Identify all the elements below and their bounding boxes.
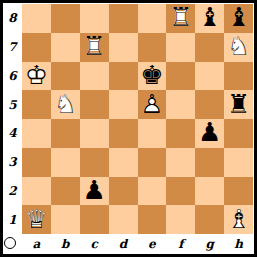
square-b3[interactable]: [51, 148, 80, 177]
file-label-f: f: [166, 235, 195, 252]
square-a8[interactable]: [22, 4, 51, 33]
rank-label-7: 7: [3, 33, 22, 62]
square-e3[interactable]: [138, 148, 167, 177]
square-d7[interactable]: [109, 33, 138, 62]
square-f6[interactable]: [166, 62, 195, 91]
square-g5[interactable]: [195, 90, 224, 119]
square-f1[interactable]: [166, 205, 195, 234]
square-h3[interactable]: [224, 148, 253, 177]
rank-label-2: 2: [3, 177, 22, 206]
square-h4[interactable]: [224, 119, 253, 148]
square-g3[interactable]: [195, 148, 224, 177]
square-c2[interactable]: ♟: [80, 177, 109, 206]
square-a1[interactable]: ♛♕: [22, 205, 51, 234]
white-pawn: ♟♙: [138, 90, 167, 119]
square-a3[interactable]: [22, 148, 51, 177]
black-king: ♚: [138, 62, 167, 91]
square-a4[interactable]: [22, 119, 51, 148]
rank-label-1: 1: [3, 205, 22, 234]
white-knight: ♞♘: [224, 33, 253, 62]
square-c3[interactable]: [80, 148, 109, 177]
rank-label-3: 3: [3, 148, 22, 177]
square-f5[interactable]: [166, 90, 195, 119]
square-b6[interactable]: [51, 62, 80, 91]
square-f3[interactable]: [166, 148, 195, 177]
file-label-e: e: [138, 235, 167, 252]
square-d8[interactable]: [109, 4, 138, 33]
square-b5[interactable]: ♞♘: [51, 90, 80, 119]
square-d5[interactable]: [109, 90, 138, 119]
square-d2[interactable]: [109, 177, 138, 206]
square-b1[interactable]: [51, 205, 80, 234]
file-label-a: a: [22, 235, 51, 252]
file-label-b: b: [51, 235, 80, 252]
square-f7[interactable]: [166, 33, 195, 62]
square-f2[interactable]: [166, 177, 195, 206]
square-e5[interactable]: ♟♙: [138, 90, 167, 119]
square-a7[interactable]: [22, 33, 51, 62]
square-g2[interactable]: [195, 177, 224, 206]
rank-labels: 87654321: [3, 4, 22, 234]
square-a2[interactable]: [22, 177, 51, 206]
file-label-g: g: [195, 235, 224, 252]
white-rook: ♜♖: [166, 4, 195, 33]
white-queen: ♛♕: [22, 205, 51, 234]
square-b4[interactable]: [51, 119, 80, 148]
square-c5[interactable]: [80, 90, 109, 119]
side-to-move-indicator: [4, 237, 16, 249]
white-bishop: ♝♗: [224, 205, 253, 234]
white-rook: ♜♖: [80, 33, 109, 62]
square-e1[interactable]: [138, 205, 167, 234]
square-g7[interactable]: [195, 33, 224, 62]
square-f8[interactable]: ♜♖: [166, 4, 195, 33]
square-d3[interactable]: [109, 148, 138, 177]
square-a6[interactable]: ♚♔: [22, 62, 51, 91]
square-h7[interactable]: ♞♘: [224, 33, 253, 62]
white-king: ♚♔: [22, 62, 51, 91]
black-bishop: ♝: [195, 4, 224, 33]
square-g4[interactable]: ♟: [195, 119, 224, 148]
black-bishop: ♝: [224, 4, 253, 33]
rank-label-8: 8: [3, 4, 22, 33]
square-g6[interactable]: [195, 62, 224, 91]
square-d1[interactable]: [109, 205, 138, 234]
chess-board: ♜♖♝♝♜♖♞♘♚♔♚♞♘♟♙♜♟♟♛♕♝♗: [22, 4, 253, 234]
square-c6[interactable]: [80, 62, 109, 91]
square-e7[interactable]: [138, 33, 167, 62]
file-label-c: c: [80, 235, 109, 252]
black-rook: ♜: [224, 90, 253, 119]
black-pawn: ♟: [80, 177, 109, 206]
rank-label-6: 6: [3, 62, 22, 91]
square-h1[interactable]: ♝♗: [224, 205, 253, 234]
square-g8[interactable]: ♝: [195, 4, 224, 33]
square-h2[interactable]: [224, 177, 253, 206]
square-b2[interactable]: [51, 177, 80, 206]
square-e6[interactable]: ♚: [138, 62, 167, 91]
file-label-h: h: [224, 235, 253, 252]
rank-label-4: 4: [3, 119, 22, 148]
square-e2[interactable]: [138, 177, 167, 206]
square-h5[interactable]: ♜: [224, 90, 253, 119]
square-e4[interactable]: [138, 119, 167, 148]
square-a5[interactable]: [22, 90, 51, 119]
square-h6[interactable]: [224, 62, 253, 91]
square-c4[interactable]: [80, 119, 109, 148]
square-b8[interactable]: [51, 4, 80, 33]
square-e8[interactable]: [138, 4, 167, 33]
square-g1[interactable]: [195, 205, 224, 234]
square-f4[interactable]: [166, 119, 195, 148]
square-d6[interactable]: [109, 62, 138, 91]
square-h8[interactable]: ♝: [224, 4, 253, 33]
white-knight: ♞♘: [51, 90, 80, 119]
square-d4[interactable]: [109, 119, 138, 148]
square-c7[interactable]: ♜♖: [80, 33, 109, 62]
file-label-d: d: [109, 235, 138, 252]
black-pawn: ♟: [195, 119, 224, 148]
square-c8[interactable]: [80, 4, 109, 33]
file-labels: abcdefgh: [22, 235, 253, 252]
rank-label-5: 5: [3, 90, 22, 119]
square-c1[interactable]: [80, 205, 109, 234]
square-b7[interactable]: [51, 33, 80, 62]
